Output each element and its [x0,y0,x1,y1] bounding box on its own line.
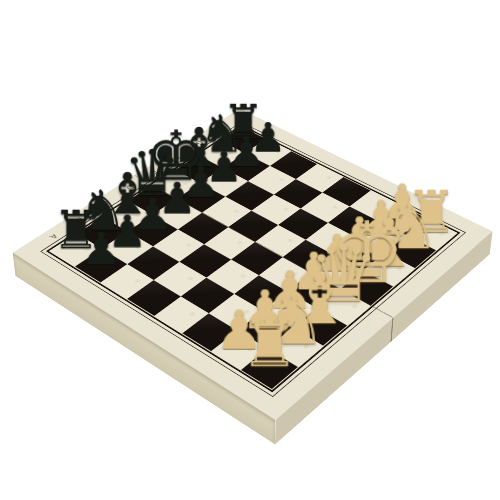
board-grid: ♜♟♟♜♞♟♟♞♝♟♟♝♚♟♟♚♛♟♟♛♝♟♟♝♞♟♟♞♜♟♟♜ [50,127,456,389]
file-label-a: A [35,225,70,247]
board-surface: ♜♟♟♜♞♟♟♞♝♟♟♝♚♟♟♚♛♟♟♛♝♟♟♝♞♟♟♞♜♟♟♜ HGFEDCB… [13,109,493,420]
chess-set-photo: ♜♟♟♜♞♟♟♞♝♟♟♝♚♟♟♚♛♟♟♛♝♟♟♝♞♟♟♞♜♟♟♜ HGFEDCB… [0,0,500,500]
chessboard: ♜♟♟♜♞♟♟♞♝♟♟♝♚♟♟♚♛♟♟♛♝♟♟♝♞♟♟♞♜♟♟♜ HGFEDCB… [13,109,493,420]
black-rook-icon: ♜ [222,98,264,145]
